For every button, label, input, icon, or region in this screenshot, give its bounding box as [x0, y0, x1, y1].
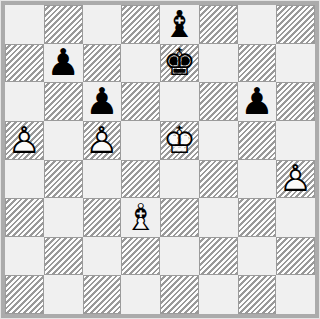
square-d1[interactable]: [121, 275, 160, 314]
square-f5[interactable]: [199, 121, 238, 160]
white-bishop-outline: ♗: [121, 198, 160, 237]
square-f2[interactable]: [199, 237, 238, 276]
square-c3[interactable]: [83, 198, 122, 237]
white-pawn: ♟♙: [277, 161, 314, 198]
square-a1[interactable]: [5, 275, 44, 314]
square-e6[interactable]: [160, 82, 199, 121]
white-pawn: ♟♙: [84, 122, 121, 159]
square-g2[interactable]: [238, 237, 277, 276]
square-d2[interactable]: [121, 237, 160, 276]
square-d3[interactable]: ♝♗: [121, 198, 160, 237]
square-b8[interactable]: [44, 5, 83, 44]
square-h1[interactable]: [276, 275, 315, 314]
square-h2[interactable]: [276, 237, 315, 276]
white-king: ♚♔: [161, 122, 198, 159]
square-a3[interactable]: [5, 198, 44, 237]
square-d8[interactable]: [121, 5, 160, 44]
square-a6[interactable]: [5, 82, 44, 121]
square-b3[interactable]: [44, 198, 83, 237]
square-c5[interactable]: ♟♙: [83, 121, 122, 160]
square-f6[interactable]: [199, 82, 238, 121]
square-g6[interactable]: ♟: [238, 82, 277, 121]
black-pawn: ♟: [238, 82, 277, 121]
square-f7[interactable]: [199, 44, 238, 83]
square-c7[interactable]: [83, 44, 122, 83]
square-e7[interactable]: ♚: [160, 44, 199, 83]
square-a7[interactable]: [5, 44, 44, 83]
square-e4[interactable]: [160, 160, 199, 199]
square-h7[interactable]: [276, 44, 315, 83]
square-d5[interactable]: [121, 121, 160, 160]
square-b2[interactable]: [44, 237, 83, 276]
square-e3[interactable]: [160, 198, 199, 237]
square-h3[interactable]: [276, 198, 315, 237]
square-e5[interactable]: ♚♔: [160, 121, 199, 160]
square-e1[interactable]: [160, 275, 199, 314]
white-pawn-outline: ♙: [277, 161, 314, 198]
square-h4[interactable]: ♟♙: [276, 160, 315, 199]
square-h6[interactable]: [276, 82, 315, 121]
square-f4[interactable]: [199, 160, 238, 199]
square-g7[interactable]: [238, 44, 277, 83]
square-g1[interactable]: [238, 275, 277, 314]
square-c4[interactable]: [83, 160, 122, 199]
white-king-outline: ♔: [161, 122, 198, 159]
black-pawn: ♟: [83, 82, 122, 121]
square-c6[interactable]: ♟: [83, 82, 122, 121]
square-g4[interactable]: [238, 160, 277, 199]
square-a2[interactable]: [5, 237, 44, 276]
square-b5[interactable]: [44, 121, 83, 160]
white-pawn: ♟♙: [6, 122, 43, 159]
square-a5[interactable]: ♟♙: [5, 121, 44, 160]
white-bishop: ♝♗: [121, 198, 160, 237]
square-h8[interactable]: [276, 5, 315, 44]
black-king: ♚: [161, 45, 198, 82]
square-a4[interactable]: [5, 160, 44, 199]
square-f3[interactable]: [199, 198, 238, 237]
square-c2[interactable]: [83, 237, 122, 276]
chess-board: ♝♟♚♟♟♟♙♟♙♚♔♟♙♝♗: [5, 5, 315, 314]
square-b7[interactable]: ♟: [44, 44, 83, 83]
square-g5[interactable]: [238, 121, 277, 160]
chess-board-frame: ♝♟♚♟♟♟♙♟♙♚♔♟♙♝♗: [0, 0, 320, 319]
square-g8[interactable]: [238, 5, 277, 44]
square-b6[interactable]: [44, 82, 83, 121]
square-f1[interactable]: [199, 275, 238, 314]
square-d4[interactable]: [121, 160, 160, 199]
white-pawn-outline: ♙: [6, 122, 43, 159]
square-d7[interactable]: [121, 44, 160, 83]
square-b4[interactable]: [44, 160, 83, 199]
square-g3[interactable]: [238, 198, 277, 237]
square-c8[interactable]: [83, 5, 122, 44]
square-e2[interactable]: [160, 237, 199, 276]
white-pawn-outline: ♙: [84, 122, 121, 159]
square-b1[interactable]: [44, 275, 83, 314]
square-c1[interactable]: [83, 275, 122, 314]
black-bishop: ♝: [160, 5, 199, 44]
square-d6[interactable]: [121, 82, 160, 121]
square-a8[interactable]: [5, 5, 44, 44]
black-pawn: ♟: [44, 44, 83, 83]
square-e8[interactable]: ♝: [160, 5, 199, 44]
square-h5[interactable]: [276, 121, 315, 160]
square-f8[interactable]: [199, 5, 238, 44]
